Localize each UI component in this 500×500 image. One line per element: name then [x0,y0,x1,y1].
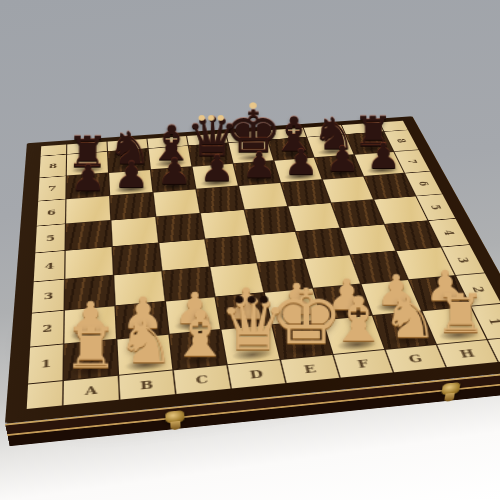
square-b5 [111,217,158,246]
square-e5 [245,207,295,235]
rank-label: 5 [428,204,443,210]
square-a5 [66,221,112,250]
border-cell: B [119,371,175,400]
square-g7: ♟ [315,155,363,179]
square-d7: ♟ [193,164,238,189]
white-bishop: ♝ [169,303,231,366]
black-pawn: ♟ [70,161,106,197]
rank-label: 6 [47,208,56,216]
square-f4 [296,228,349,258]
board-frame: 8♜♞♝♛●●●♚●♝♞♜87♟♟♟♟♟♟♟♟7665544332♟♟♟♟♟♟♟… [5,116,500,424]
file-label: H [458,348,476,359]
square-e4 [251,232,303,262]
rank-label: 2 [42,323,53,333]
rank-label: 4 [45,261,55,270]
rank-label: 7 [48,185,57,192]
file-label: D [249,368,264,380]
king-crown-knob: ● [249,101,257,109]
white-rook: ♜ [434,287,488,341]
square-h7: ♟ [355,152,404,176]
border-cell: 2 [30,311,63,347]
square-b7: ♟ [109,170,152,195]
border-cell: 3 [32,280,64,313]
chess-board: 8♜♞♝♛●●●♚●♝♞♜87♟♟♟♟♟♟♟♟7665544332♟♟♟♟♟♟♟… [5,116,500,424]
black-pawn: ♟ [325,142,360,177]
black-pawn: ♟ [157,154,193,189]
rank-label: 6 [416,181,430,186]
square-b6 [110,193,155,220]
border-cell: 7 [38,176,65,201]
square-d4 [205,236,256,267]
border-cell: H [437,340,497,367]
square-f5 [288,203,339,231]
white-knight: ♞ [116,312,175,371]
square-a1: ♜ [64,340,118,380]
square-d6 [197,186,244,213]
border-cell: E [281,355,339,383]
square-f7: ♟ [274,158,321,182]
border-cell: 8 [39,155,66,178]
square-b4 [113,243,161,274]
queen-crown-balls: ●●● [198,114,226,122]
brass-clasp [166,410,185,424]
square-b1: ♞ [117,335,172,375]
square-a7: ♟ [66,173,109,199]
board-grid: 8♜♞♝♛●●●♚●♝♞♜87♟♟♟♟♟♟♟♟7665544332♟♟♟♟♟♟♟… [27,121,500,409]
border-cell: 5 [35,224,65,252]
black-pawn: ♟ [242,148,277,183]
brass-clasp [441,382,461,396]
border-cell: G [386,345,446,372]
square-c4 [159,239,209,270]
black-pawn: ♟ [284,145,319,180]
border-cell: A [64,376,119,405]
rank-label: 8 [49,163,57,170]
square-e7: ♟ [234,161,280,186]
square-e6 [239,183,287,209]
white-rook: ♜ [63,320,119,376]
border-cell: 6 [37,199,66,225]
queen-crown-balls: ●●● [235,295,272,305]
border-cell: C [174,365,231,394]
file-label: G [407,353,424,364]
file-label: A [85,384,97,396]
black-pawn: ♟ [199,151,234,186]
black-pawn: ♟ [366,139,401,174]
file-label: E [303,363,317,375]
rank-label: 4 [441,229,456,235]
file-label: F [356,358,370,369]
square-a4 [65,247,113,279]
rank-label: 1 [40,358,51,369]
border-cell [27,381,63,409]
border-cell: 1 [28,344,63,383]
rank-label: 1 [486,317,500,325]
rank-label: 3 [43,291,53,301]
square-c1: ♝ [170,330,226,370]
rank-label: 5 [46,234,55,242]
border-cell: D [228,360,285,388]
square-d5 [201,210,250,239]
square-f6 [281,180,330,206]
white-knight: ♞ [381,288,439,345]
square-c5 [156,213,204,242]
file-label: B [140,379,154,391]
square-c7: ♟ [151,167,195,192]
black-pawn: ♟ [113,157,149,193]
photo-scene: 8♜♞♝♛●●●♚●♝♞♜87♟♟♟♟♟♟♟♟7665544332♟♟♟♟♟♟♟… [0,0,500,500]
square-c6 [154,189,200,216]
border-cell: 4 [34,251,65,282]
rank-label: 7 [405,159,418,164]
square-a6 [66,196,110,223]
file-label: C [195,373,209,385]
